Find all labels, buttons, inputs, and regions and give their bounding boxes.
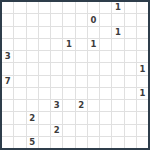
cell-empty[interactable]	[100, 112, 111, 123]
cell-clue: 3	[51, 100, 62, 111]
cell-empty[interactable]	[125, 51, 136, 62]
cell-empty[interactable]	[100, 2, 111, 13]
cell-empty[interactable]	[2, 63, 13, 74]
cell-empty[interactable]	[100, 39, 111, 50]
cell-empty[interactable]	[51, 88, 62, 99]
cell-empty[interactable]	[125, 112, 136, 123]
cell-empty[interactable]	[100, 27, 111, 38]
cell-empty[interactable]	[112, 39, 123, 50]
cell-empty[interactable]	[100, 137, 111, 148]
cell-empty[interactable]	[88, 137, 99, 148]
cell-empty[interactable]	[125, 63, 136, 74]
cell-empty[interactable]	[125, 137, 136, 148]
cell-empty[interactable]	[112, 88, 123, 99]
cell-empty[interactable]	[88, 63, 99, 74]
cell-empty[interactable]	[63, 63, 74, 74]
cell-empty[interactable]	[125, 125, 136, 136]
cell-empty[interactable]	[2, 137, 13, 148]
cell-empty[interactable]	[51, 51, 62, 62]
cell-empty[interactable]	[14, 125, 25, 136]
cell-empty[interactable]	[76, 137, 87, 148]
cell-empty[interactable]	[39, 88, 50, 99]
cell-empty[interactable]	[63, 125, 74, 136]
cell-empty[interactable]	[63, 14, 74, 25]
cell-empty[interactable]	[63, 100, 74, 111]
cell-empty[interactable]	[14, 137, 25, 148]
cell-empty[interactable]	[125, 39, 136, 50]
cell-empty[interactable]	[2, 39, 13, 50]
cell-empty[interactable]	[63, 112, 74, 123]
cell-empty[interactable]	[14, 51, 25, 62]
cell-empty[interactable]	[137, 51, 148, 62]
cell-clue: 2	[76, 100, 87, 111]
cell-empty[interactable]	[88, 125, 99, 136]
cell-empty[interactable]	[2, 14, 13, 25]
cell-empty[interactable]	[39, 2, 50, 13]
cell-empty[interactable]	[112, 125, 123, 136]
cell-empty[interactable]	[51, 39, 62, 50]
cell-empty[interactable]	[51, 63, 62, 74]
cell-clue: 1	[137, 63, 148, 74]
cell-empty[interactable]	[51, 137, 62, 148]
cell-empty[interactable]	[88, 2, 99, 13]
cell-empty[interactable]	[63, 2, 74, 13]
cell-empty[interactable]	[27, 27, 38, 38]
cell-empty[interactable]	[39, 27, 50, 38]
cell-empty[interactable]	[100, 100, 111, 111]
cell-empty[interactable]	[100, 76, 111, 87]
cell-empty[interactable]	[137, 14, 148, 25]
cell-empty[interactable]	[14, 27, 25, 38]
cell-clue: 3	[2, 51, 13, 62]
cell-empty[interactable]	[88, 112, 99, 123]
cell-empty[interactable]	[88, 27, 99, 38]
cell-empty[interactable]	[14, 63, 25, 74]
cell-empty[interactable]	[112, 112, 123, 123]
cell-empty[interactable]	[39, 112, 50, 123]
cell-empty[interactable]	[88, 76, 99, 87]
cell-empty[interactable]	[14, 14, 25, 25]
cell-empty[interactable]	[51, 112, 62, 123]
cell-empty[interactable]	[2, 2, 13, 13]
cell-empty[interactable]	[39, 51, 50, 62]
cell-clue: 2	[51, 125, 62, 136]
cell-empty[interactable]	[88, 51, 99, 62]
cell-empty[interactable]	[39, 39, 50, 50]
cell-empty[interactable]	[137, 100, 148, 111]
cell-clue: 0	[88, 14, 99, 25]
cell-empty[interactable]	[39, 76, 50, 87]
cell-empty[interactable]	[63, 51, 74, 62]
cell-empty[interactable]	[39, 125, 50, 136]
cell-empty[interactable]	[63, 88, 74, 99]
cell-empty[interactable]	[112, 14, 123, 25]
cell-empty[interactable]	[112, 63, 123, 74]
cell-empty[interactable]	[39, 63, 50, 74]
cell-empty[interactable]	[51, 14, 62, 25]
cell-clue: 1	[88, 39, 99, 50]
cell-empty[interactable]	[51, 2, 62, 13]
cell-empty[interactable]	[137, 137, 148, 148]
cell-empty[interactable]	[14, 88, 25, 99]
cell-empty[interactable]	[76, 14, 87, 25]
cell-empty[interactable]	[137, 125, 148, 136]
cell-clue: 1	[112, 2, 123, 13]
cell-empty[interactable]	[2, 88, 13, 99]
cell-empty[interactable]	[100, 14, 111, 25]
cell-empty[interactable]	[51, 27, 62, 38]
cell-clue: 7	[2, 76, 13, 87]
cell-empty[interactable]	[2, 125, 13, 136]
cell-clue: 1	[112, 27, 123, 38]
puzzle-board: 10111317132225	[0, 0, 150, 150]
cell-empty[interactable]	[14, 39, 25, 50]
cell-empty[interactable]	[51, 76, 62, 87]
cell-empty[interactable]	[27, 2, 38, 13]
cell-empty[interactable]	[137, 112, 148, 123]
cell-empty[interactable]	[76, 2, 87, 13]
cell-empty[interactable]	[100, 88, 111, 99]
cell-empty[interactable]	[2, 100, 13, 111]
cell-empty[interactable]	[100, 125, 111, 136]
cell-empty[interactable]	[27, 39, 38, 50]
cell-empty[interactable]	[76, 51, 87, 62]
cell-empty[interactable]	[112, 76, 123, 87]
cell-empty[interactable]	[125, 100, 136, 111]
cell-clue: 2	[27, 112, 38, 123]
cell-empty[interactable]	[137, 39, 148, 50]
cell-empty[interactable]	[27, 63, 38, 74]
cell-empty[interactable]	[137, 76, 148, 87]
cell-empty[interactable]	[88, 88, 99, 99]
cell-clue: 1	[63, 39, 74, 50]
cell-empty[interactable]	[112, 51, 123, 62]
cell-empty[interactable]	[76, 63, 87, 74]
cell-clue: 1	[137, 88, 148, 99]
cell-empty[interactable]	[2, 112, 13, 123]
cell-empty[interactable]	[125, 14, 136, 25]
cell-empty[interactable]	[14, 2, 25, 13]
cell-empty[interactable]	[125, 2, 136, 13]
cell-empty[interactable]	[76, 39, 87, 50]
cell-empty[interactable]	[112, 137, 123, 148]
cell-empty[interactable]	[100, 51, 111, 62]
cell-empty[interactable]	[125, 27, 136, 38]
cell-empty[interactable]	[76, 76, 87, 87]
cell-empty[interactable]	[63, 76, 74, 87]
cell-empty[interactable]	[39, 100, 50, 111]
cell-empty[interactable]	[27, 100, 38, 111]
cell-empty[interactable]	[76, 125, 87, 136]
cell-empty[interactable]	[27, 76, 38, 87]
cell-empty[interactable]	[39, 137, 50, 148]
cell-empty[interactable]	[76, 112, 87, 123]
cell-empty[interactable]	[27, 125, 38, 136]
cell-empty[interactable]	[63, 137, 74, 148]
cell-empty[interactable]	[2, 27, 13, 38]
cell-empty[interactable]	[125, 88, 136, 99]
cell-clue: 5	[27, 137, 38, 148]
cell-empty[interactable]	[63, 27, 74, 38]
cell-empty[interactable]	[88, 100, 99, 111]
cell-empty[interactable]	[76, 27, 87, 38]
cell-empty[interactable]	[125, 76, 136, 87]
cell-empty[interactable]	[100, 63, 111, 74]
cell-empty[interactable]	[27, 51, 38, 62]
cell-empty[interactable]	[137, 2, 148, 13]
cell-empty[interactable]	[112, 100, 123, 111]
cell-empty[interactable]	[137, 27, 148, 38]
cell-empty[interactable]	[14, 76, 25, 87]
cell-empty[interactable]	[14, 112, 25, 123]
cell-empty[interactable]	[27, 14, 38, 25]
cell-empty[interactable]	[76, 88, 87, 99]
cell-empty[interactable]	[39, 14, 50, 25]
cell-empty[interactable]	[27, 88, 38, 99]
cell-empty[interactable]	[14, 100, 25, 111]
